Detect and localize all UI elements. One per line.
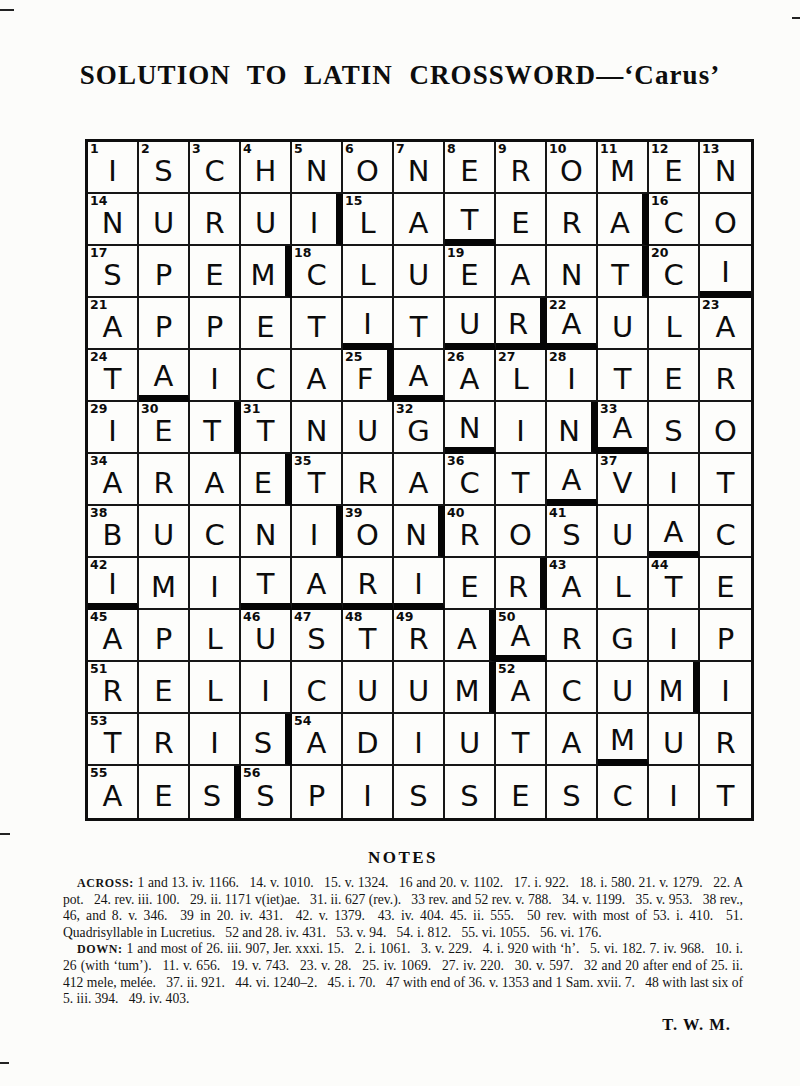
cell-letter: P (155, 253, 173, 290)
clue-number-4: 4 (243, 142, 252, 156)
cell-r6c3: T (190, 402, 241, 454)
cell-r3c3: E (190, 246, 241, 298)
cell-r9c6: R (343, 558, 394, 610)
cell-letter: U (459, 302, 480, 339)
cell-letter: P (206, 305, 224, 342)
cell-letter: O (714, 201, 737, 238)
cell-r5c6: 25F (343, 350, 394, 402)
clue-number-24: 24 (90, 350, 107, 364)
cell-letter: I (363, 774, 372, 811)
clue-number-21: 21 (90, 298, 107, 312)
cell-r4c11: U (598, 298, 649, 350)
cell-letter: P (155, 617, 173, 654)
clue-number-3: 3 (192, 142, 201, 156)
cell-r5c11: T (598, 350, 649, 402)
cell-letter: U (357, 669, 378, 706)
cell-r7c11: 37V (598, 454, 649, 506)
clue-number-14: 14 (90, 194, 107, 208)
clue-number-38: 38 (90, 506, 107, 520)
cell-letter: N (459, 406, 481, 443)
cell-r6c12: S (649, 402, 700, 454)
cell-r8c6: 39O (343, 506, 394, 558)
cell-letter: A (307, 357, 327, 394)
cell-letter: A (205, 461, 225, 498)
clue-number-55: 55 (90, 766, 107, 780)
cell-letter: I (108, 562, 117, 599)
clue-number-20: 20 (651, 246, 668, 260)
cell-letter: E (716, 565, 734, 602)
clue-number-39: 39 (345, 506, 362, 520)
cell-letter: S (203, 774, 221, 811)
cell-letter: M (250, 253, 275, 290)
cell-r1c12: 12E (649, 142, 700, 194)
cell-r8c11: U (598, 506, 649, 558)
page-title: SOLUTION TO LATIN CROSSWORD—‘Carus’ (0, 0, 800, 91)
cell-letter: A (511, 253, 531, 290)
cell-letter: A (610, 201, 630, 238)
cell-r2c5: I (292, 194, 343, 246)
cell-r7c1: 34A (88, 454, 139, 506)
clue-number-54: 54 (294, 714, 311, 728)
cell-letter: D (356, 721, 378, 758)
cell-r5c4: C (241, 350, 292, 402)
scan-margin-tick (0, 833, 10, 835)
cell-letter: R (153, 721, 173, 758)
cell-r8c12: A (649, 506, 700, 558)
cell-letter: U (408, 253, 429, 290)
cell-r13c5: P (292, 766, 343, 818)
clue-number-56: 56 (243, 766, 260, 780)
cell-r9c3: I (190, 558, 241, 610)
cell-letter: T (461, 198, 479, 235)
cell-r11c9: 52A (496, 662, 547, 714)
cell-letter: U (663, 721, 684, 758)
cell-r1c2: 2S (139, 142, 190, 194)
cell-r10c13: P (700, 610, 751, 662)
cell-r8c13: C (700, 506, 751, 558)
cell-letter: A (664, 510, 684, 547)
cell-letter: C (715, 513, 735, 550)
cell-r8c1: 38B (88, 506, 139, 558)
cell-r3c7: U (394, 246, 445, 298)
cell-r7c6: R (343, 454, 394, 506)
clue-number-9: 9 (498, 142, 507, 156)
cell-r3c8: 19E (445, 246, 496, 298)
cell-r8c7: N (394, 506, 445, 558)
cell-r12c8: U (445, 714, 496, 766)
cell-letter: N (306, 149, 328, 186)
clue-number-16: 16 (651, 194, 668, 208)
cell-letter: E (511, 201, 529, 238)
cell-r13c1: 55A (88, 766, 139, 818)
cell-letter: N (306, 409, 328, 446)
cell-letter: E (256, 305, 274, 342)
cell-r9c2: M (139, 558, 190, 610)
cell-r2c10: R (547, 194, 598, 246)
cell-letter: T (717, 461, 735, 498)
clue-number-45: 45 (90, 610, 107, 624)
cell-r11c11: U (598, 662, 649, 714)
cell-letter: E (511, 774, 529, 811)
cell-r13c8: S (445, 766, 496, 818)
cell-r10c7: 49R (394, 610, 445, 662)
cell-r5c8: 26A (445, 350, 496, 402)
cell-letter: I (108, 409, 117, 446)
cell-letter: U (408, 669, 429, 706)
cell-r10c9: 50A (496, 610, 547, 662)
cell-r3c4: M (241, 246, 292, 298)
clue-number-1: 1 (90, 142, 99, 156)
cell-letter: C (306, 669, 326, 706)
clue-number-49: 49 (396, 610, 413, 624)
cell-r11c7: U (394, 662, 445, 714)
cell-letter: N (405, 513, 427, 550)
clue-number-17: 17 (90, 246, 107, 260)
cell-letter: U (153, 513, 174, 550)
clue-number-10: 10 (549, 142, 566, 156)
cell-letter: N (255, 513, 277, 550)
cell-letter: A (457, 617, 477, 654)
cell-letter: I (414, 562, 423, 599)
cell-letter: S (664, 409, 682, 446)
cell-letter: I (363, 302, 372, 339)
cell-r1c1: 1I (88, 142, 139, 194)
clue-number-15: 15 (345, 194, 362, 208)
cell-r6c2: 30E (139, 402, 190, 454)
clue-number-46: 46 (243, 610, 260, 624)
clue-number-31: 31 (243, 402, 260, 416)
clue-number-19: 19 (447, 246, 464, 260)
cell-r13c7: S (394, 766, 445, 818)
cell-r11c5: C (292, 662, 343, 714)
cell-r2c13: O (700, 194, 751, 246)
cell-r9c13: E (700, 558, 751, 610)
cell-letter: L (206, 669, 222, 706)
cell-r13c11: C (598, 766, 649, 818)
cell-r1c4: 4H (241, 142, 292, 194)
cell-letter: A (154, 354, 174, 391)
cell-r3c11: T (598, 246, 649, 298)
cell-r4c12: L (649, 298, 700, 350)
cell-letter: U (612, 305, 633, 342)
cell-r6c10: N (547, 402, 598, 454)
cell-r10c10: R (547, 610, 598, 662)
clue-number-40: 40 (447, 506, 464, 520)
cell-letter: R (715, 721, 735, 758)
cell-r9c10: 43A (547, 558, 598, 610)
cell-r12c3: I (190, 714, 241, 766)
cell-letter: M (610, 718, 635, 755)
cell-r10c2: P (139, 610, 190, 662)
cell-r5c9: 27L (496, 350, 547, 402)
cell-r2c11: A (598, 194, 649, 246)
cell-r4c5: T (292, 298, 343, 350)
cell-letter: A (562, 721, 582, 758)
cell-r2c7: A (394, 194, 445, 246)
cell-r8c5: I (292, 506, 343, 558)
cell-r13c13: T (700, 766, 751, 818)
cell-r10c5: 47S (292, 610, 343, 662)
cell-letter: C (204, 149, 224, 186)
cell-r12c12: U (649, 714, 700, 766)
cell-r5c5: A (292, 350, 343, 402)
cell-letter: S (254, 721, 272, 758)
cell-letter: G (611, 617, 633, 654)
cell-r1c8: 8E (445, 142, 496, 194)
cell-r3c10: N (547, 246, 598, 298)
cell-letter: R (153, 461, 173, 498)
cell-r9c5: A (292, 558, 343, 610)
clue-number-2: 2 (141, 142, 150, 156)
cell-r7c4: E (241, 454, 292, 506)
cell-r7c12: I (649, 454, 700, 506)
cell-r11c13: I (700, 662, 751, 714)
clue-number-51: 51 (90, 662, 107, 676)
cell-r11c4: I (241, 662, 292, 714)
cell-r6c4: 31T (241, 402, 292, 454)
cell-letter: O (714, 409, 737, 446)
cell-letter: S (562, 774, 580, 811)
scanned-page: { "game": "crossword-solution (barred La… (0, 0, 800, 1086)
cell-letter: R (715, 357, 735, 394)
cell-r3c9: A (496, 246, 547, 298)
cell-r5c10: 28I (547, 350, 598, 402)
cell-r6c8: N (445, 402, 496, 454)
cell-letter: T (614, 357, 632, 394)
cell-r11c6: U (343, 662, 394, 714)
cell-r8c4: N (241, 506, 292, 558)
cell-r10c8: A (445, 610, 496, 662)
cell-r4c13: 23A (700, 298, 751, 350)
cell-letter: T (257, 562, 275, 599)
clue-number-25: 25 (345, 350, 362, 364)
cell-r9c9: R (496, 558, 547, 610)
cell-letter: P (155, 305, 173, 342)
cell-r2c8: T (445, 194, 496, 246)
cell-r10c6: 48T (343, 610, 394, 662)
cell-r7c5: 35T (292, 454, 343, 506)
cell-letter: I (210, 565, 219, 602)
clue-number-12: 12 (651, 142, 668, 156)
clue-number-11: 11 (600, 142, 617, 156)
cell-letter: S (409, 774, 427, 811)
cell-letter: T (611, 253, 629, 290)
cell-letter: A (307, 562, 327, 599)
cell-r9c8: E (445, 558, 496, 610)
cell-letter: M (454, 669, 479, 706)
clue-number-29: 29 (90, 402, 107, 416)
cell-r4c2: P (139, 298, 190, 350)
cell-letter: O (509, 513, 532, 550)
cell-letter: L (665, 305, 681, 342)
cell-r7c8: 36C (445, 454, 496, 506)
cell-r1c9: 9R (496, 142, 547, 194)
cell-letter: I (721, 669, 730, 706)
cell-letter: R (508, 302, 528, 339)
clue-number-50: 50 (498, 610, 515, 624)
cell-letter: I (210, 357, 219, 394)
cell-r11c1: 51R (88, 662, 139, 714)
cell-letter: I (669, 774, 678, 811)
cell-letter: I (414, 721, 423, 758)
cell-r2c2: U (139, 194, 190, 246)
cell-r13c12: I (649, 766, 700, 818)
cell-r10c1: 45A (88, 610, 139, 662)
cell-letter: C (612, 774, 632, 811)
cell-r8c8: 40R (445, 506, 496, 558)
cell-r12c5: 54A (292, 714, 343, 766)
down-label: DOWN: (77, 942, 123, 956)
cell-r7c10: A (547, 454, 598, 506)
cell-letter: I (567, 357, 576, 394)
cell-r13c3: S (190, 766, 241, 818)
cell-r8c2: U (139, 506, 190, 558)
crossword-grid-wrap: 1I2S3C4H5N6O7N8E9R10O11M12E13N14NURUI15L… (85, 139, 754, 821)
cell-letter: C (561, 669, 581, 706)
cell-letter: R (204, 201, 224, 238)
cell-letter: R (510, 149, 530, 186)
cell-r3c2: P (139, 246, 190, 298)
cell-r8c10: 41S (547, 506, 598, 558)
cell-letter: T (512, 721, 530, 758)
down-notes-text: 1 and most of 26. iii. 907, Jer. xxxi. 1… (63, 941, 743, 1006)
cell-r9c4: T (241, 558, 292, 610)
cell-r5c13: R (700, 350, 751, 402)
cell-letter: I (310, 201, 319, 238)
cell-letter: U (459, 721, 480, 758)
cell-r2c4: U (241, 194, 292, 246)
cell-letter: I (669, 461, 678, 498)
across-label: ACROSS: (77, 876, 134, 890)
cell-letter: L (206, 617, 222, 654)
cell-letter: A (409, 461, 429, 498)
clue-number-32: 32 (396, 402, 413, 416)
cell-r8c3: C (190, 506, 241, 558)
cell-r7c2: R (139, 454, 190, 506)
cell-r12c11: M (598, 714, 649, 766)
cell-letter: R (357, 461, 377, 498)
cell-r2c6: 15L (343, 194, 394, 246)
cell-r5c3: I (190, 350, 241, 402)
cell-letter: R (561, 617, 581, 654)
clue-number-35: 35 (294, 454, 311, 468)
cell-letter: M (658, 669, 683, 706)
cell-letter: I (669, 617, 678, 654)
cell-letter: S (154, 149, 172, 186)
cell-r6c1: 29I (88, 402, 139, 454)
cell-r7c7: A (394, 454, 445, 506)
cell-r6c5: N (292, 402, 343, 454)
clue-number-33: 33 (600, 402, 617, 416)
cell-letter: I (516, 409, 525, 446)
cell-r11c3: L (190, 662, 241, 714)
cell-letter: E (460, 149, 478, 186)
cell-letter: N (558, 409, 580, 446)
cell-r1c11: 11M (598, 142, 649, 194)
cell-r6c9: I (496, 402, 547, 454)
cell-letter: E (154, 669, 172, 706)
clue-number-6: 6 (345, 142, 354, 156)
cell-r10c3: L (190, 610, 241, 662)
notes-heading: NOTES (63, 848, 743, 868)
cell-r4c10: 22A (547, 298, 598, 350)
cell-letter: H (255, 149, 277, 186)
cell-letter: E (664, 357, 682, 394)
clue-number-23: 23 (702, 298, 719, 312)
clue-number-26: 26 (447, 350, 464, 364)
cell-letter: I (108, 149, 117, 186)
cell-r4c7: T (394, 298, 445, 350)
cell-r6c11: 33A (598, 402, 649, 454)
cell-r1c6: 6O (343, 142, 394, 194)
cell-letter: A (562, 458, 582, 495)
clue-number-34: 34 (90, 454, 107, 468)
cell-r3c12: 20C (649, 246, 700, 298)
cell-r11c12: M (649, 662, 700, 714)
notes-section: NOTES ACROSS: 1 and 13. iv. 1166. 14. v.… (63, 848, 743, 1035)
cell-letter: P (308, 774, 326, 811)
cell-r12c1: 53T (88, 714, 139, 766)
clue-number-7: 7 (396, 142, 405, 156)
cell-r1c13: 13N (700, 142, 751, 194)
across-notes-text: 1 and 13. iv. 1166. 14. v. 1010. 15. v. … (63, 875, 743, 940)
cell-r2c3: R (190, 194, 241, 246)
cell-letter: U (153, 201, 174, 238)
cell-r1c3: 3C (190, 142, 241, 194)
cell-letter: N (561, 253, 583, 290)
clue-number-41: 41 (549, 506, 566, 520)
cell-r13c9: E (496, 766, 547, 818)
clue-number-42: 42 (90, 558, 107, 572)
cell-r4c6: I (343, 298, 394, 350)
cell-r12c9: T (496, 714, 547, 766)
cell-letter: U (612, 513, 633, 550)
cell-letter: A (409, 201, 429, 238)
across-notes: ACROSS: 1 and 13. iv. 1166. 14. v. 1010.… (63, 875, 743, 941)
cell-r1c5: 5N (292, 142, 343, 194)
clue-number-43: 43 (549, 558, 566, 572)
cell-r1c7: 7N (394, 142, 445, 194)
cell-r13c10: S (547, 766, 598, 818)
clue-number-44: 44 (651, 558, 668, 572)
clue-number-5: 5 (294, 142, 303, 156)
cell-r13c6: I (343, 766, 394, 818)
cell-letter: R (508, 565, 528, 602)
cell-letter: I (721, 250, 730, 287)
cell-letter: T (308, 305, 326, 342)
cell-r3c5: 18C (292, 246, 343, 298)
cell-r11c2: E (139, 662, 190, 714)
cell-letter: L (359, 253, 375, 290)
cell-r12c6: D (343, 714, 394, 766)
cell-r4c9: R (496, 298, 547, 350)
cell-letter: O (356, 149, 379, 186)
cell-r12c13: R (700, 714, 751, 766)
cell-letter: U (255, 201, 276, 238)
cell-letter: U (357, 409, 378, 446)
clue-number-27: 27 (498, 350, 515, 364)
cell-r7c13: T (700, 454, 751, 506)
cell-r13c4: 56S (241, 766, 292, 818)
author-initials: T. W. M. (63, 1015, 743, 1035)
cell-letter: T (512, 461, 530, 498)
cell-r10c12: I (649, 610, 700, 662)
cell-r6c7: 32G (394, 402, 445, 454)
clue-number-53: 53 (90, 714, 107, 728)
cell-letter: R (357, 562, 377, 599)
clue-number-52: 52 (498, 662, 515, 676)
clue-number-18: 18 (294, 246, 311, 260)
